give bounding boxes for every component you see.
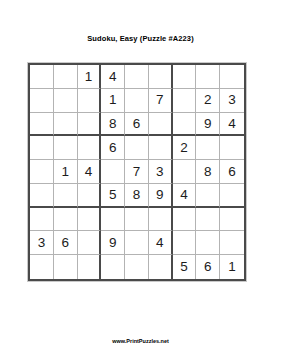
cell-r6c5: 8 [125, 184, 149, 208]
cell-r7c7 [173, 208, 197, 232]
cell-r7c5 [125, 208, 149, 232]
cell-r1c9 [220, 65, 244, 89]
cell-r4c6 [149, 136, 173, 160]
footer-site-url: www.PrintPuzzles.net [0, 338, 281, 344]
cell-r8c6: 4 [149, 231, 173, 255]
cell-r8c3 [78, 231, 102, 255]
cell-r8c2: 6 [54, 231, 78, 255]
cell-r4c4: 6 [101, 136, 125, 160]
cell-r3c7 [173, 113, 197, 137]
cell-r8c7 [173, 231, 197, 255]
page-title: Sudoku, Easy (Puzzle #A223) [0, 34, 281, 43]
cell-r2c2 [54, 89, 78, 113]
cell-r8c8 [196, 231, 220, 255]
cell-r2c8: 2 [196, 89, 220, 113]
cell-r4c8 [196, 136, 220, 160]
cell-r3c5: 6 [125, 113, 149, 137]
cell-r9c5 [125, 255, 149, 279]
cell-r3c2 [54, 113, 78, 137]
cell-r5c9: 6 [220, 160, 244, 184]
cell-r4c9 [220, 136, 244, 160]
cell-r6c7: 4 [173, 184, 197, 208]
cell-r6c3 [78, 184, 102, 208]
cell-r4c5 [125, 136, 149, 160]
cell-r3c1 [30, 113, 54, 137]
cell-r9c7: 5 [173, 255, 197, 279]
cell-r2c6: 7 [149, 89, 173, 113]
cell-r2c4: 1 [101, 89, 125, 113]
cell-r5c4 [101, 160, 125, 184]
cell-r9c9: 1 [220, 255, 244, 279]
cell-r6c4: 5 [101, 184, 125, 208]
cell-r9c8: 6 [196, 255, 220, 279]
cell-r4c2 [54, 136, 78, 160]
cell-r6c1 [30, 184, 54, 208]
cell-r4c7: 2 [173, 136, 197, 160]
cell-r1c6 [149, 65, 173, 89]
printable-sudoku-page: { "game": "sudoku", "header": { "title":… [0, 0, 281, 363]
cell-r7c8 [196, 208, 220, 232]
cell-r1c4: 4 [101, 65, 125, 89]
cell-r5c5: 7 [125, 160, 149, 184]
cell-r1c2 [54, 65, 78, 89]
cell-r1c5 [125, 65, 149, 89]
cell-r9c6 [149, 255, 173, 279]
cell-r7c6 [149, 208, 173, 232]
cell-r2c7 [173, 89, 197, 113]
cell-r2c1 [30, 89, 54, 113]
cell-r3c3 [78, 113, 102, 137]
cell-r9c1 [30, 255, 54, 279]
cell-r7c9 [220, 208, 244, 232]
cell-r2c5 [125, 89, 149, 113]
cell-r3c4: 8 [101, 113, 125, 137]
cell-r5c2: 1 [54, 160, 78, 184]
cell-r8c5 [125, 231, 149, 255]
cell-r6c2 [54, 184, 78, 208]
cell-r5c7 [173, 160, 197, 184]
cell-r7c2 [54, 208, 78, 232]
cell-r1c8 [196, 65, 220, 89]
cell-r1c1 [30, 65, 54, 89]
cell-r4c3 [78, 136, 102, 160]
cell-r8c1: 3 [30, 231, 54, 255]
cell-r6c9 [220, 184, 244, 208]
cell-r7c4 [101, 208, 125, 232]
sudoku-board: 14172386946214738658943694561 [28, 63, 246, 281]
cell-r6c8 [196, 184, 220, 208]
cell-r3c8: 9 [196, 113, 220, 137]
cell-r9c2 [54, 255, 78, 279]
cell-r7c1 [30, 208, 54, 232]
cell-r9c4 [101, 255, 125, 279]
cell-r3c6 [149, 113, 173, 137]
cell-r5c1 [30, 160, 54, 184]
cell-r5c6: 3 [149, 160, 173, 184]
cell-r8c4: 9 [101, 231, 125, 255]
cell-r5c8: 8 [196, 160, 220, 184]
cell-r9c3 [78, 255, 102, 279]
cell-r1c3: 1 [78, 65, 102, 89]
cell-r2c3 [78, 89, 102, 113]
cell-r3c9: 4 [220, 113, 244, 137]
cell-r8c9 [220, 231, 244, 255]
cell-r2c9: 3 [220, 89, 244, 113]
cell-r7c3 [78, 208, 102, 232]
cell-r4c1 [30, 136, 54, 160]
cell-r5c3: 4 [78, 160, 102, 184]
cell-r1c7 [173, 65, 197, 89]
cell-r6c6: 9 [149, 184, 173, 208]
